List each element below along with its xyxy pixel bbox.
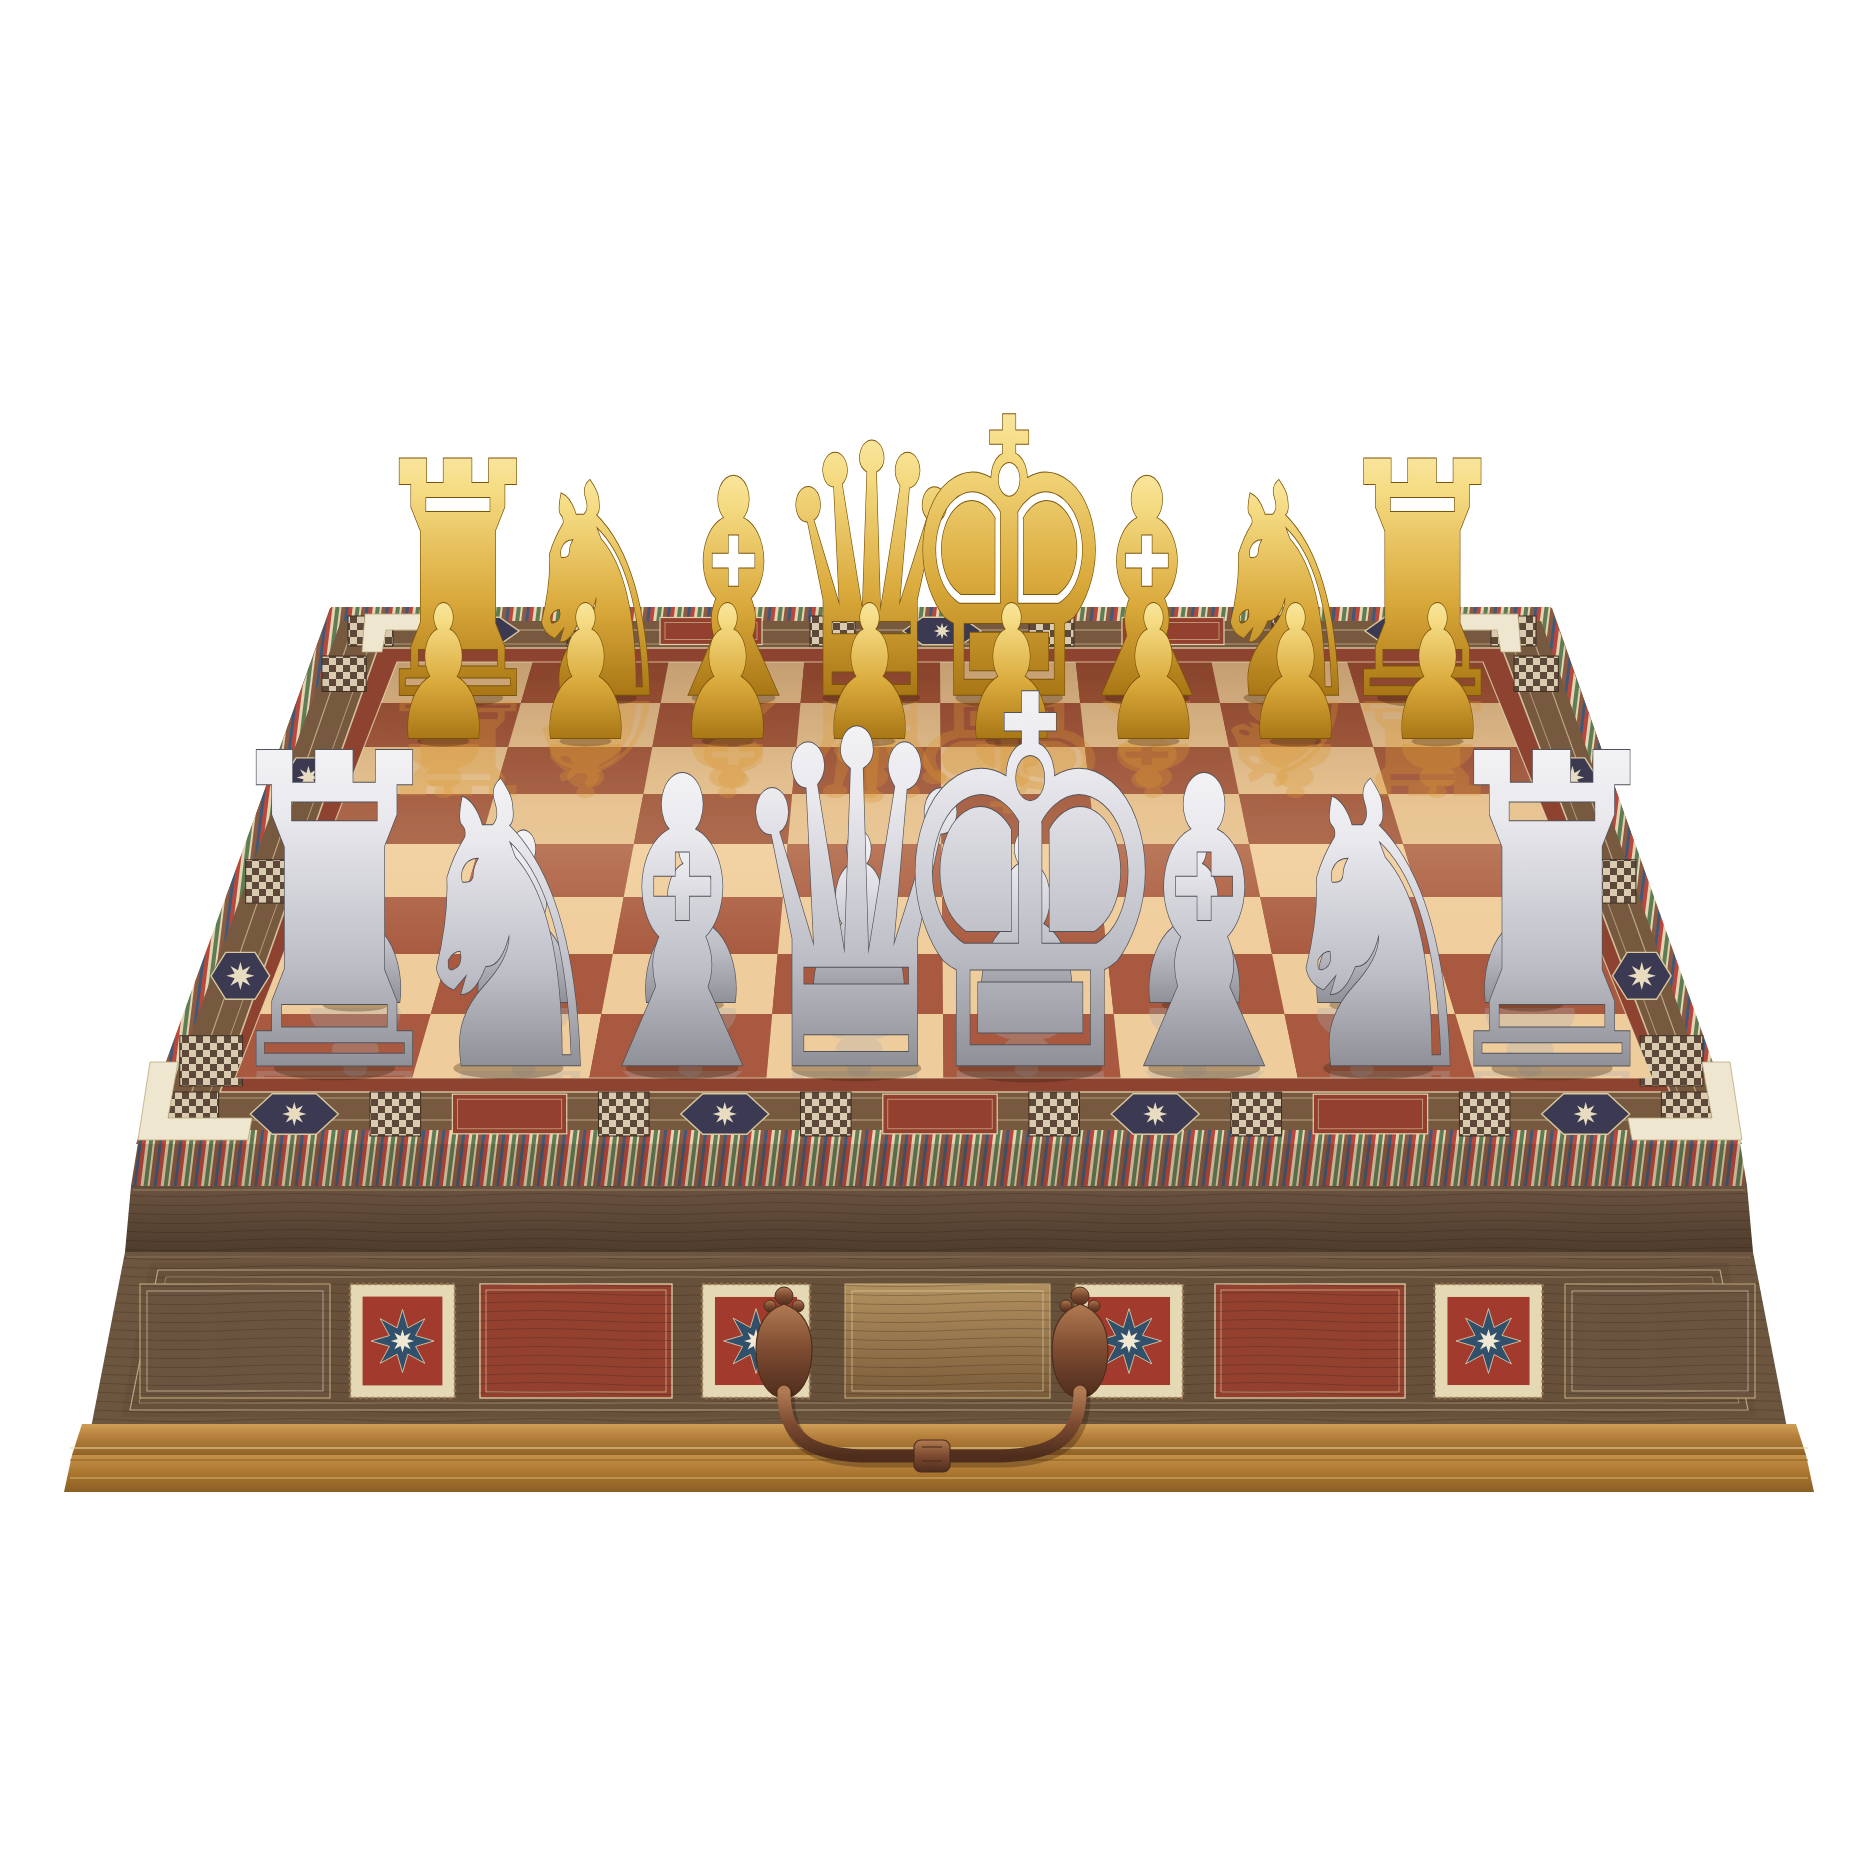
- pieces: ♜♞♝♛♚♝♞♜♟♟♟♟♟♟♟♟♟♟♟♟♟♟♟♟♜♞♝♛♚♝♞♜: [210, 339, 1675, 1186]
- drawer-center-panel: [845, 1284, 1050, 1398]
- storage-drawer[interactable]: [121, 1263, 1757, 1417]
- handle-rosette: [1052, 1287, 1108, 1399]
- piece-white-rook-h1[interactable]: ♜: [1428, 664, 1676, 1168]
- storage-box: [64, 1143, 1814, 1492]
- handle-clasp: [914, 1440, 950, 1472]
- drawer-star-mosaic: [1435, 1284, 1543, 1398]
- chess-scene: ♜♞♝♛♚♝♞♜♟♟♟♟♟♟♟♟♟♟♟♟♟♟♟♟♜♞♝♛♚♝♞♜ ♜♞♝♛♚♝♞…: [0, 0, 1875, 1875]
- drawer-wood-panel: [1565, 1284, 1755, 1398]
- drawer-red-panel: [1215, 1284, 1405, 1398]
- handle-rosette: [756, 1287, 812, 1399]
- drawer-star-mosaic: [350, 1284, 455, 1398]
- svg-text:♜: ♜: [1428, 664, 1676, 1168]
- drawer-red-panel: [480, 1284, 672, 1398]
- chess-set-photo: ♜♞♝♛♚♝♞♜♟♟♟♟♟♟♟♟♟♟♟♟♟♟♟♟♜♞♝♛♚♝♞♜ ♜♞♝♛♚♝♞…: [0, 0, 1875, 1875]
- drawer-wood-panel: [140, 1284, 330, 1398]
